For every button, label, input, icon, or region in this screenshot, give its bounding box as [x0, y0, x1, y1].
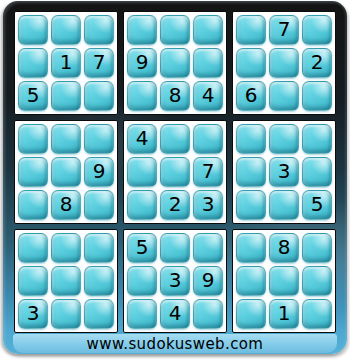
sudoku-cell-r1c8[interactable]: 7	[269, 15, 299, 45]
sudoku-cell-r6c2[interactable]: 8	[51, 190, 81, 220]
sudoku-cell-r8c3[interactable]	[84, 266, 114, 296]
sudoku-board: 175984726984723353539481	[14, 11, 336, 333]
sudoku-cell-r5c2[interactable]	[51, 157, 81, 187]
sudoku-cell-r7c6[interactable]	[193, 233, 223, 263]
sudoku-cell-r4c6[interactable]	[193, 124, 223, 154]
sudoku-cell-r2c7[interactable]	[236, 48, 266, 78]
sudoku-cell-r7c3[interactable]	[84, 233, 114, 263]
sudoku-cell-r6c4[interactable]	[127, 190, 157, 220]
sudoku-cell-r3c6[interactable]: 4	[193, 81, 223, 111]
sudoku-cell-r1c9[interactable]	[302, 15, 332, 45]
sudoku-cell-r3c4[interactable]	[127, 81, 157, 111]
sudoku-cell-r6c8[interactable]	[269, 190, 299, 220]
footer-bar: www.sudokusweb.com	[13, 334, 337, 353]
sudoku-cell-r7c2[interactable]	[51, 233, 81, 263]
sudoku-cell-r9c4[interactable]	[127, 299, 157, 329]
sudoku-cell-r1c2[interactable]	[51, 15, 81, 45]
sudoku-cell-r8c5[interactable]: 3	[160, 266, 190, 296]
sudoku-cell-r9c3[interactable]	[84, 299, 114, 329]
sudoku-cell-r3c5[interactable]: 8	[160, 81, 190, 111]
sudoku-cell-r3c1[interactable]: 5	[18, 81, 48, 111]
sudoku-cell-r2c4[interactable]: 9	[127, 48, 157, 78]
sudoku-cell-r2c1[interactable]	[18, 48, 48, 78]
sudoku-cell-r2c6[interactable]	[193, 48, 223, 78]
sudoku-cell-r6c5[interactable]: 2	[160, 190, 190, 220]
sudoku-cell-r5c1[interactable]	[18, 157, 48, 187]
puzzle-frame: 175984726984723353539481 www.sudokusweb.…	[3, 1, 347, 354]
sudoku-cell-r9c7[interactable]	[236, 299, 266, 329]
site-url: www.sudokusweb.com	[87, 335, 264, 353]
sudoku-cell-r4c7[interactable]	[236, 124, 266, 154]
sudoku-cell-r9c2[interactable]	[51, 299, 81, 329]
sudoku-cell-r6c6[interactable]: 3	[193, 190, 223, 220]
page: 175984726984723353539481 www.sudokusweb.…	[0, 0, 350, 360]
sudoku-cell-r4c2[interactable]	[51, 124, 81, 154]
sudoku-cell-r9c8[interactable]: 1	[269, 299, 299, 329]
sudoku-cell-r1c3[interactable]	[84, 15, 114, 45]
sudoku-cell-r4c9[interactable]	[302, 124, 332, 154]
sudoku-cell-r4c1[interactable]	[18, 124, 48, 154]
sudoku-cell-r2c3[interactable]: 7	[84, 48, 114, 78]
box-1-1: 175	[14, 11, 118, 115]
box-3-1: 3	[14, 229, 118, 333]
sudoku-cell-r5c6[interactable]: 7	[193, 157, 223, 187]
sudoku-cell-r8c7[interactable]	[236, 266, 266, 296]
sudoku-cell-r6c1[interactable]	[18, 190, 48, 220]
sudoku-cell-r2c5[interactable]	[160, 48, 190, 78]
sudoku-cell-r9c1[interactable]: 3	[18, 299, 48, 329]
sudoku-cell-r5c3[interactable]: 9	[84, 157, 114, 187]
sudoku-cell-r1c4[interactable]	[127, 15, 157, 45]
sudoku-cell-r5c7[interactable]	[236, 157, 266, 187]
sudoku-cell-r1c1[interactable]	[18, 15, 48, 45]
sudoku-cell-r3c3[interactable]	[84, 81, 114, 111]
sudoku-cell-r3c9[interactable]	[302, 81, 332, 111]
sudoku-cell-r8c4[interactable]	[127, 266, 157, 296]
sudoku-cell-r7c4[interactable]: 5	[127, 233, 157, 263]
sudoku-cell-r5c8[interactable]: 3	[269, 157, 299, 187]
box-1-2: 984	[123, 11, 227, 115]
sudoku-cell-r6c9[interactable]: 5	[302, 190, 332, 220]
sudoku-cell-r8c9[interactable]	[302, 266, 332, 296]
sudoku-cell-r4c3[interactable]	[84, 124, 114, 154]
box-2-2: 4723	[123, 120, 227, 224]
box-3-3: 81	[232, 229, 336, 333]
sudoku-cell-r9c5[interactable]: 4	[160, 299, 190, 329]
box-3-2: 5394	[123, 229, 227, 333]
sudoku-cell-r4c8[interactable]	[269, 124, 299, 154]
sudoku-cell-r4c4[interactable]: 4	[127, 124, 157, 154]
sudoku-cell-r3c8[interactable]	[269, 81, 299, 111]
sudoku-cell-r7c9[interactable]	[302, 233, 332, 263]
sudoku-cell-r7c1[interactable]	[18, 233, 48, 263]
sudoku-cell-r7c7[interactable]	[236, 233, 266, 263]
sudoku-cell-r8c8[interactable]	[269, 266, 299, 296]
sudoku-cell-r1c7[interactable]	[236, 15, 266, 45]
sudoku-cell-r5c9[interactable]	[302, 157, 332, 187]
sudoku-cell-r5c5[interactable]	[160, 157, 190, 187]
sudoku-cell-r4c5[interactable]	[160, 124, 190, 154]
sudoku-cell-r1c5[interactable]	[160, 15, 190, 45]
sudoku-cell-r6c7[interactable]	[236, 190, 266, 220]
sudoku-cell-r2c9[interactable]: 2	[302, 48, 332, 78]
sudoku-cell-r9c6[interactable]	[193, 299, 223, 329]
box-2-1: 98	[14, 120, 118, 224]
sudoku-cell-r6c3[interactable]	[84, 190, 114, 220]
sudoku-cell-r7c8[interactable]: 8	[269, 233, 299, 263]
sudoku-cell-r3c2[interactable]	[51, 81, 81, 111]
box-2-3: 35	[232, 120, 336, 224]
sudoku-cell-r8c1[interactable]	[18, 266, 48, 296]
sudoku-cell-r1c6[interactable]	[193, 15, 223, 45]
sudoku-cell-r7c5[interactable]	[160, 233, 190, 263]
sudoku-cell-r8c6[interactable]: 9	[193, 266, 223, 296]
sudoku-cell-r8c2[interactable]	[51, 266, 81, 296]
sudoku-cell-r2c8[interactable]	[269, 48, 299, 78]
box-1-3: 726	[232, 11, 336, 115]
sudoku-cell-r2c2[interactable]: 1	[51, 48, 81, 78]
sudoku-cell-r9c9[interactable]	[302, 299, 332, 329]
sudoku-cell-r5c4[interactable]	[127, 157, 157, 187]
sudoku-cell-r3c7[interactable]: 6	[236, 81, 266, 111]
